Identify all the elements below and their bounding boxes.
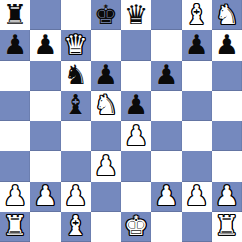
square-e1[interactable]: ♚ — [121, 212, 151, 242]
square-b8[interactable] — [30, 0, 60, 30]
square-a5[interactable] — [0, 91, 30, 121]
white-king-piece: ♚ — [124, 212, 148, 239]
square-g7[interactable]: ♟ — [182, 30, 212, 60]
black-bishop-piece: ♝ — [64, 91, 88, 118]
square-h6[interactable] — [212, 61, 242, 91]
square-b4[interactable] — [30, 121, 60, 151]
square-a6[interactable] — [0, 61, 30, 91]
square-d5[interactable]: ♞ — [91, 91, 121, 121]
square-f8[interactable] — [151, 0, 181, 30]
square-g3[interactable] — [182, 151, 212, 181]
square-h1[interactable]: ♜ — [212, 212, 242, 242]
square-b3[interactable] — [30, 151, 60, 181]
square-e8[interactable]: ♛ — [121, 0, 151, 30]
white-pawn-piece: ♟ — [124, 122, 148, 149]
black-pawn-piece: ♟ — [94, 61, 118, 88]
square-f7[interactable] — [151, 30, 181, 60]
square-f2[interactable]: ♟ — [151, 182, 181, 212]
white-knight-piece: ♞ — [94, 91, 118, 118]
square-f6[interactable]: ♟ — [151, 61, 181, 91]
square-d6[interactable]: ♟ — [91, 61, 121, 91]
square-a8[interactable]: ♜ — [0, 0, 30, 30]
square-a1[interactable]: ♜ — [0, 212, 30, 242]
square-c6[interactable]: ♞ — [61, 61, 91, 91]
square-e3[interactable] — [121, 151, 151, 181]
white-knight-piece: ♞ — [215, 1, 239, 28]
square-g4[interactable] — [182, 121, 212, 151]
square-e4[interactable]: ♟ — [121, 121, 151, 151]
black-knight-piece: ♞ — [64, 61, 88, 88]
square-c4[interactable] — [61, 121, 91, 151]
square-h3[interactable] — [212, 151, 242, 181]
black-queen-piece: ♛ — [124, 1, 148, 28]
square-f1[interactable] — [151, 212, 181, 242]
white-pawn-piece: ♟ — [64, 182, 88, 209]
white-bishop-piece: ♝ — [64, 212, 88, 239]
square-h8[interactable]: ♞ — [212, 0, 242, 30]
square-c5[interactable]: ♝ — [61, 91, 91, 121]
square-g5[interactable] — [182, 91, 212, 121]
square-b7[interactable]: ♟ — [30, 30, 60, 60]
square-g1[interactable] — [182, 212, 212, 242]
square-a4[interactable] — [0, 121, 30, 151]
black-pawn-piece: ♟ — [3, 31, 27, 58]
square-h4[interactable] — [212, 121, 242, 151]
square-g2[interactable]: ♟ — [182, 182, 212, 212]
square-f4[interactable] — [151, 121, 181, 151]
square-h5[interactable] — [212, 91, 242, 121]
square-f5[interactable] — [151, 91, 181, 121]
square-d3[interactable]: ♟ — [91, 151, 121, 181]
black-pawn-piece: ♟ — [215, 31, 239, 58]
white-rook-piece: ♜ — [3, 212, 27, 239]
white-pawn-piece: ♟ — [33, 182, 57, 209]
white-pawn-piece: ♟ — [185, 182, 209, 209]
square-g6[interactable] — [182, 61, 212, 91]
square-e5[interactable]: ♟ — [121, 91, 151, 121]
square-c1[interactable]: ♝ — [61, 212, 91, 242]
square-f3[interactable] — [151, 151, 181, 181]
square-b6[interactable] — [30, 61, 60, 91]
white-pawn-piece: ♟ — [94, 152, 118, 179]
square-d4[interactable] — [91, 121, 121, 151]
black-pawn-piece: ♟ — [185, 31, 209, 58]
white-pawn-piece: ♟ — [215, 182, 239, 209]
black-king-piece: ♚ — [94, 1, 118, 28]
black-pawn-piece: ♟ — [154, 61, 178, 88]
square-h2[interactable]: ♟ — [212, 182, 242, 212]
white-bishop-piece: ♝ — [185, 1, 209, 28]
white-pawn-piece: ♟ — [3, 182, 27, 209]
square-d2[interactable] — [91, 182, 121, 212]
square-d8[interactable]: ♚ — [91, 0, 121, 30]
square-a3[interactable] — [0, 151, 30, 181]
black-rook-piece: ♜ — [3, 1, 27, 28]
chess-board: ♜♚♛♝♞♟♟♛♟♟♞♟♟♝♞♟♟♟♟♟♟♟♟♟♜♝♚♜ — [0, 0, 242, 242]
black-pawn-piece: ♟ — [33, 31, 57, 58]
square-h7[interactable]: ♟ — [212, 30, 242, 60]
square-c7[interactable]: ♛ — [61, 30, 91, 60]
white-pawn-piece: ♟ — [154, 182, 178, 209]
square-b1[interactable] — [30, 212, 60, 242]
square-a2[interactable]: ♟ — [0, 182, 30, 212]
square-c2[interactable]: ♟ — [61, 182, 91, 212]
square-b5[interactable] — [30, 91, 60, 121]
square-c8[interactable] — [61, 0, 91, 30]
square-a7[interactable]: ♟ — [0, 30, 30, 60]
square-b2[interactable]: ♟ — [30, 182, 60, 212]
square-c3[interactable] — [61, 151, 91, 181]
square-e2[interactable] — [121, 182, 151, 212]
black-pawn-piece: ♟ — [124, 91, 148, 118]
square-g8[interactable]: ♝ — [182, 0, 212, 30]
square-e6[interactable] — [121, 61, 151, 91]
square-d7[interactable] — [91, 30, 121, 60]
white-queen-piece: ♛ — [64, 31, 88, 58]
square-d1[interactable] — [91, 212, 121, 242]
square-e7[interactable] — [121, 30, 151, 60]
white-rook-piece: ♜ — [215, 212, 239, 239]
